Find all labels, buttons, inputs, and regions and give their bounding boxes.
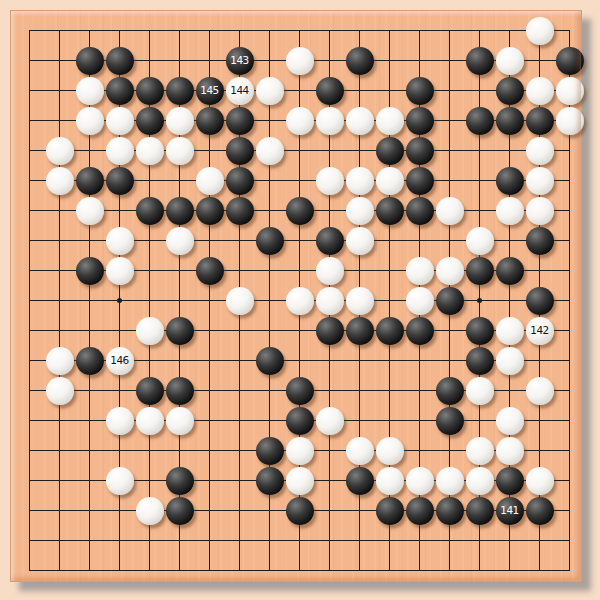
stone-white[interactable] <box>166 137 194 165</box>
stone-white[interactable] <box>316 107 344 135</box>
stone-black[interactable] <box>346 317 374 345</box>
move-number-label: 145 <box>200 85 219 96</box>
stone-black[interactable] <box>496 77 524 105</box>
stone-white[interactable] <box>466 437 494 465</box>
stone-black[interactable] <box>496 467 524 495</box>
stone-white[interactable] <box>436 197 464 225</box>
stone-white[interactable] <box>256 77 284 105</box>
stone-white[interactable] <box>106 407 134 435</box>
stone-black[interactable] <box>376 497 404 525</box>
stone-white[interactable] <box>496 317 524 345</box>
stone-white[interactable] <box>526 137 554 165</box>
stone-white[interactable] <box>286 107 314 135</box>
stone-white[interactable] <box>136 317 164 345</box>
stone-black[interactable] <box>466 257 494 285</box>
stone-white[interactable] <box>496 437 524 465</box>
stone-black[interactable] <box>466 497 494 525</box>
stone-black[interactable] <box>76 257 104 285</box>
stone-black[interactable] <box>556 47 584 75</box>
stone-white[interactable] <box>526 377 554 405</box>
stone-black[interactable] <box>106 167 134 195</box>
stone-white-move-146[interactable]: 146 <box>106 347 134 375</box>
stone-white[interactable] <box>526 467 554 495</box>
stone-white[interactable] <box>256 137 284 165</box>
stone-black[interactable] <box>196 197 224 225</box>
stone-white[interactable] <box>166 227 194 255</box>
stone-black[interactable] <box>406 107 434 135</box>
stone-black[interactable] <box>496 107 524 135</box>
star-point <box>477 298 482 303</box>
stone-black[interactable] <box>226 197 254 225</box>
stone-black[interactable] <box>256 467 284 495</box>
stone-white[interactable] <box>106 257 134 285</box>
stone-white[interactable] <box>106 467 134 495</box>
stone-white[interactable] <box>466 467 494 495</box>
stone-white[interactable] <box>376 437 404 465</box>
stone-white[interactable] <box>286 467 314 495</box>
page: { "game": "go", "title": "Go game diagra… <box>0 0 600 600</box>
stone-black-move-141[interactable]: 141 <box>496 497 524 525</box>
stone-black[interactable] <box>526 227 554 255</box>
stone-black[interactable] <box>286 407 314 435</box>
stone-black[interactable] <box>106 77 134 105</box>
stone-black[interactable] <box>406 77 434 105</box>
stone-white[interactable] <box>46 167 74 195</box>
stone-white-move-142[interactable]: 142 <box>526 317 554 345</box>
stone-white[interactable] <box>496 47 524 75</box>
stone-white[interactable] <box>226 287 254 315</box>
stone-black[interactable] <box>376 137 404 165</box>
stone-white[interactable] <box>346 107 374 135</box>
stone-white[interactable] <box>76 77 104 105</box>
stone-white[interactable] <box>136 407 164 435</box>
stone-white[interactable] <box>166 407 194 435</box>
stone-white[interactable] <box>436 467 464 495</box>
stone-black[interactable] <box>466 107 494 135</box>
stone-black[interactable] <box>436 497 464 525</box>
stone-white[interactable] <box>316 287 344 315</box>
stone-black[interactable] <box>436 287 464 315</box>
stone-black[interactable] <box>106 47 134 75</box>
stone-white-move-144[interactable]: 144 <box>226 77 254 105</box>
stone-white[interactable] <box>526 197 554 225</box>
stone-black-move-145[interactable]: 145 <box>196 77 224 105</box>
stone-black[interactable] <box>436 407 464 435</box>
stone-white[interactable] <box>286 437 314 465</box>
stone-black[interactable] <box>166 497 194 525</box>
stone-black[interactable] <box>316 77 344 105</box>
stone-white[interactable] <box>376 107 404 135</box>
stone-white[interactable] <box>406 287 434 315</box>
stone-white[interactable] <box>196 167 224 195</box>
stone-black[interactable] <box>226 107 254 135</box>
stone-white[interactable] <box>76 107 104 135</box>
stone-white[interactable] <box>376 167 404 195</box>
stone-white[interactable] <box>376 467 404 495</box>
stone-white[interactable] <box>316 407 344 435</box>
stone-white[interactable] <box>346 167 374 195</box>
stone-white[interactable] <box>496 347 524 375</box>
stone-black[interactable] <box>136 377 164 405</box>
stone-black[interactable] <box>226 167 254 195</box>
stone-white[interactable] <box>406 467 434 495</box>
stone-black[interactable] <box>166 197 194 225</box>
stone-black[interactable] <box>376 197 404 225</box>
stone-black[interactable] <box>316 317 344 345</box>
stone-black[interactable] <box>346 47 374 75</box>
stone-black[interactable] <box>76 47 104 75</box>
stone-black[interactable] <box>406 167 434 195</box>
stone-white[interactable] <box>406 257 434 285</box>
star-point <box>117 298 122 303</box>
stone-white[interactable] <box>316 257 344 285</box>
stone-black[interactable] <box>406 137 434 165</box>
go-board: 143145144142146141 <box>10 10 582 582</box>
stone-black[interactable] <box>166 467 194 495</box>
stone-black[interactable] <box>196 257 224 285</box>
stone-black[interactable] <box>496 257 524 285</box>
stone-white[interactable] <box>106 107 134 135</box>
move-number-label: 143 <box>230 55 249 66</box>
stone-white[interactable] <box>316 167 344 195</box>
stone-white[interactable] <box>46 137 74 165</box>
stone-white[interactable] <box>346 197 374 225</box>
stone-black[interactable] <box>316 227 344 255</box>
stone-white[interactable] <box>46 377 74 405</box>
stone-black[interactable] <box>136 77 164 105</box>
stone-black[interactable] <box>136 197 164 225</box>
stone-white[interactable] <box>496 197 524 225</box>
stone-black[interactable] <box>136 107 164 135</box>
stone-black[interactable] <box>286 377 314 405</box>
stone-white[interactable] <box>496 407 524 435</box>
stone-white[interactable] <box>556 107 584 135</box>
stone-white[interactable] <box>46 347 74 375</box>
stone-black[interactable] <box>466 347 494 375</box>
stone-black[interactable] <box>406 317 434 345</box>
stone-white[interactable] <box>286 47 314 75</box>
stone-black[interactable] <box>256 227 284 255</box>
stone-black[interactable] <box>466 317 494 345</box>
stone-black[interactable] <box>406 197 434 225</box>
stone-black[interactable] <box>76 347 104 375</box>
stone-white[interactable] <box>106 227 134 255</box>
grid-line-h-18 <box>29 570 570 571</box>
stone-white[interactable] <box>526 17 554 45</box>
stone-white[interactable] <box>346 287 374 315</box>
stone-black[interactable] <box>226 137 254 165</box>
stone-white[interactable] <box>166 107 194 135</box>
stone-black[interactable] <box>526 287 554 315</box>
stone-black[interactable] <box>286 497 314 525</box>
stone-black[interactable] <box>256 437 284 465</box>
stone-black[interactable] <box>196 107 224 135</box>
stone-black-move-143[interactable]: 143 <box>226 47 254 75</box>
stone-white[interactable] <box>436 257 464 285</box>
stone-white[interactable] <box>556 77 584 105</box>
stone-black[interactable] <box>256 347 284 375</box>
stone-black[interactable] <box>166 317 194 345</box>
stone-black[interactable] <box>496 167 524 195</box>
stone-white[interactable] <box>286 287 314 315</box>
stone-black[interactable] <box>436 377 464 405</box>
stone-white[interactable] <box>526 77 554 105</box>
stone-white[interactable] <box>136 137 164 165</box>
stone-black[interactable] <box>466 47 494 75</box>
stone-black[interactable] <box>376 317 404 345</box>
stone-white[interactable] <box>136 497 164 525</box>
move-number-label: 142 <box>530 325 549 336</box>
stone-black[interactable] <box>526 107 554 135</box>
stone-white[interactable] <box>526 167 554 195</box>
grid-line-h-17 <box>29 540 570 541</box>
move-number-label: 146 <box>110 355 129 366</box>
stone-white[interactable] <box>466 377 494 405</box>
stone-white[interactable] <box>106 137 134 165</box>
move-number-label: 141 <box>500 505 519 516</box>
move-number-label: 144 <box>230 85 249 96</box>
stone-black[interactable] <box>286 197 314 225</box>
stone-black[interactable] <box>76 167 104 195</box>
stone-black[interactable] <box>346 467 374 495</box>
stone-white[interactable] <box>76 197 104 225</box>
stone-black[interactable] <box>166 77 194 105</box>
stone-white[interactable] <box>466 227 494 255</box>
stone-black[interactable] <box>406 497 434 525</box>
stone-white[interactable] <box>346 437 374 465</box>
stone-black[interactable] <box>166 377 194 405</box>
stone-white[interactable] <box>346 227 374 255</box>
stone-black[interactable] <box>526 497 554 525</box>
